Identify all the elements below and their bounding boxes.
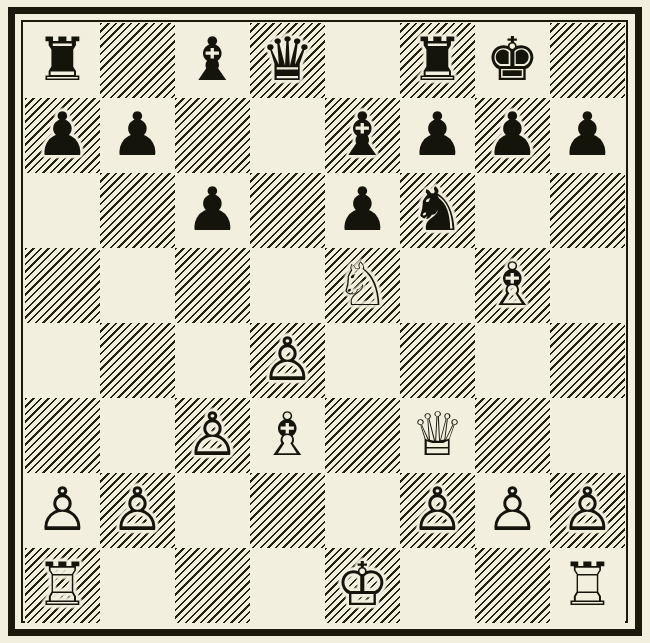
square-e4[interactable] [325,323,400,398]
white-queen-f3: ♕ [411,404,465,464]
white-rook-a1: ♖ [36,554,90,614]
black-knight-f6: ♞ [411,179,465,239]
square-c8[interactable]: ♝ [175,23,250,98]
square-a5[interactable] [25,248,100,323]
square-f5[interactable] [400,248,475,323]
square-c4[interactable] [175,323,250,398]
square-b4[interactable] [100,323,175,398]
chess-board: ♜♝♛♜♚♟♟♝♟♟♟♟♟♞♘♗♙♙♗♕♙♙♙♙♙♖♔♖ [25,23,625,623]
square-d4[interactable]: ♙ [250,323,325,398]
square-a3[interactable] [25,398,100,473]
square-d6[interactable] [250,173,325,248]
square-g6[interactable] [475,173,550,248]
square-e6[interactable]: ♟ [325,173,400,248]
square-f2[interactable]: ♙ [400,473,475,548]
square-f1[interactable] [400,548,475,623]
square-f4[interactable] [400,323,475,398]
black-rook-f8: ♜ [411,29,465,89]
square-b5[interactable] [100,248,175,323]
black-pawn-f7: ♟ [411,104,465,164]
square-b6[interactable] [100,173,175,248]
square-g3[interactable] [475,398,550,473]
white-pawn-c3: ♙ [186,404,240,464]
black-pawn-b7: ♟ [111,104,165,164]
square-h1[interactable]: ♖ [550,548,625,623]
square-c6[interactable]: ♟ [175,173,250,248]
square-e8[interactable] [325,23,400,98]
square-b2[interactable]: ♙ [100,473,175,548]
square-d5[interactable] [250,248,325,323]
square-a6[interactable] [25,173,100,248]
black-bishop-e7: ♝ [336,104,390,164]
square-c2[interactable] [175,473,250,548]
square-h5[interactable] [550,248,625,323]
black-pawn-h7: ♟ [561,104,615,164]
square-a4[interactable] [25,323,100,398]
square-h2[interactable]: ♙ [550,473,625,548]
square-a1[interactable]: ♖ [25,548,100,623]
square-g8[interactable]: ♚ [475,23,550,98]
square-g1[interactable] [475,548,550,623]
white-knight-e5: ♘ [336,254,390,314]
white-pawn-d4: ♙ [261,329,315,389]
square-d3[interactable]: ♗ [250,398,325,473]
black-rook-a8: ♜ [36,29,90,89]
square-f7[interactable]: ♟ [400,98,475,173]
white-pawn-h2: ♙ [561,479,615,539]
white-pawn-f2: ♙ [411,479,465,539]
square-h8[interactable] [550,23,625,98]
square-b8[interactable] [100,23,175,98]
square-f3[interactable]: ♕ [400,398,475,473]
square-c5[interactable] [175,248,250,323]
square-c7[interactable] [175,98,250,173]
square-h7[interactable]: ♟ [550,98,625,173]
square-a7[interactable]: ♟ [25,98,100,173]
square-d2[interactable] [250,473,325,548]
square-a2[interactable]: ♙ [25,473,100,548]
square-e7[interactable]: ♝ [325,98,400,173]
square-d8[interactable]: ♛ [250,23,325,98]
black-pawn-g7: ♟ [486,104,540,164]
white-bishop-d3: ♗ [261,404,315,464]
square-b1[interactable] [100,548,175,623]
black-queen-d8: ♛ [261,29,315,89]
square-e3[interactable] [325,398,400,473]
square-e1[interactable]: ♔ [325,548,400,623]
square-e2[interactable] [325,473,400,548]
white-bishop-g5: ♗ [486,254,540,314]
white-pawn-a2: ♙ [36,479,90,539]
square-c1[interactable] [175,548,250,623]
square-g7[interactable]: ♟ [475,98,550,173]
square-d1[interactable] [250,548,325,623]
black-pawn-e6: ♟ [336,179,390,239]
square-f8[interactable]: ♜ [400,23,475,98]
square-g4[interactable] [475,323,550,398]
black-king-g8: ♚ [486,29,540,89]
square-a8[interactable]: ♜ [25,23,100,98]
white-pawn-b2: ♙ [111,479,165,539]
square-h3[interactable] [550,398,625,473]
black-bishop-c8: ♝ [186,29,240,89]
square-e5[interactable]: ♘ [325,248,400,323]
black-pawn-c6: ♟ [186,179,240,239]
square-h4[interactable] [550,323,625,398]
square-c3[interactable]: ♙ [175,398,250,473]
square-f6[interactable]: ♞ [400,173,475,248]
white-king-e1: ♔ [336,554,390,614]
white-pawn-g2: ♙ [486,479,540,539]
white-rook-h1: ♖ [561,554,615,614]
black-pawn-a7: ♟ [36,104,90,164]
square-d7[interactable] [250,98,325,173]
square-b7[interactable]: ♟ [100,98,175,173]
square-g2[interactable]: ♙ [475,473,550,548]
square-g5[interactable]: ♗ [475,248,550,323]
square-b3[interactable] [100,398,175,473]
square-h6[interactable] [550,173,625,248]
